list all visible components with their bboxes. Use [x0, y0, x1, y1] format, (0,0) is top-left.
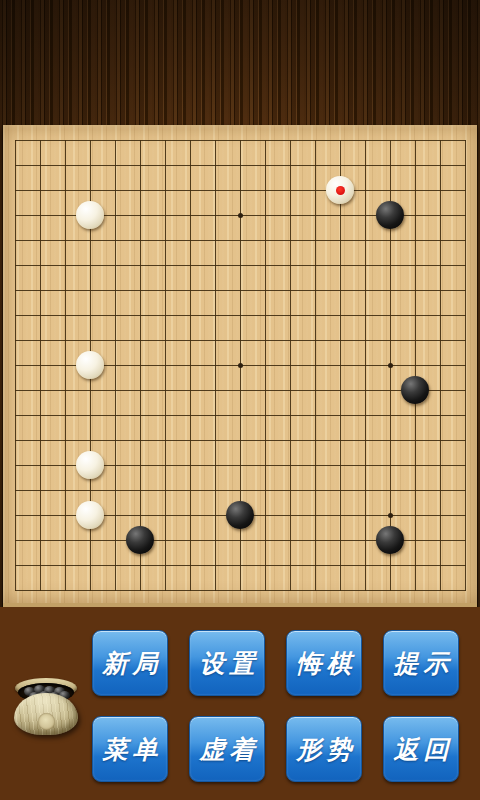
- star-point: [388, 363, 393, 368]
- bowl-knot: [38, 713, 55, 730]
- undo-button[interactable]: 悔棋: [286, 630, 362, 696]
- grid-line: [340, 140, 341, 591]
- white-stone: [76, 451, 104, 479]
- white-stone: [76, 201, 104, 229]
- grid-line: [15, 590, 466, 591]
- back-button[interactable]: 返回: [383, 716, 459, 782]
- white-stone: [76, 501, 104, 529]
- grid-line: [415, 140, 416, 591]
- star-point: [388, 513, 393, 518]
- grid-line: [15, 440, 466, 441]
- white-stone: [326, 176, 354, 204]
- grid-line: [15, 390, 466, 391]
- black-stone: [376, 526, 404, 554]
- app-screen: 新局 设置 悔棋 提示 菜单 虚着 形势 返回: [0, 0, 480, 800]
- grid-line: [440, 140, 441, 591]
- black-stone: [401, 376, 429, 404]
- hint-button[interactable]: 提示: [383, 630, 459, 696]
- grid-line: [315, 140, 316, 591]
- star-point: [238, 363, 243, 368]
- star-point: [238, 213, 243, 218]
- new-game-button[interactable]: 新局: [92, 630, 168, 696]
- black-stone: [376, 201, 404, 229]
- grid-line: [15, 415, 466, 416]
- white-stone: [76, 351, 104, 379]
- menu-button[interactable]: 菜单: [92, 716, 168, 782]
- settings-button[interactable]: 设置: [189, 630, 265, 696]
- pass-button[interactable]: 虚着: [189, 716, 265, 782]
- stone-bowl: [14, 676, 82, 738]
- black-stone: [226, 501, 254, 529]
- estimate-button[interactable]: 形势: [286, 716, 362, 782]
- black-stone: [126, 526, 154, 554]
- last-move-marker: [336, 186, 345, 195]
- bowl-body: [14, 693, 78, 735]
- grid-line: [365, 140, 366, 591]
- grid-line: [15, 565, 466, 566]
- grid-line: [15, 490, 466, 491]
- bottom-panel: 新局 设置 悔棋 提示 菜单 虚着 形势 返回: [0, 607, 480, 800]
- grid-line: [465, 140, 466, 591]
- go-board[interactable]: [3, 125, 477, 607]
- grid-line: [290, 140, 291, 591]
- grid-line: [265, 140, 266, 591]
